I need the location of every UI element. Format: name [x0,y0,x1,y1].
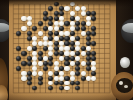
white-stone[interactable] [38,31,43,36]
white-stone[interactable] [64,81,69,86]
black-stone[interactable] [38,76,43,81]
white-stone[interactable] [54,61,59,66]
captured-white-stone [119,81,123,85]
go-board[interactable] [9,0,116,100]
black-stone[interactable] [16,66,21,71]
white-stone[interactable] [32,71,37,76]
black-stone[interactable] [75,66,80,71]
white-stone[interactable] [81,71,86,76]
black-stone[interactable] [27,76,32,81]
bottom-shadow [0,94,133,100]
black-stone[interactable] [64,21,69,26]
black-stone[interactable] [64,76,69,81]
white-stone[interactable] [64,66,69,71]
white-stone[interactable] [59,71,64,76]
white-stone[interactable] [81,31,86,36]
black-stone[interactable] [16,56,21,61]
white-stone[interactable] [21,71,26,76]
go-game-photo [0,0,133,100]
white-stone[interactable] [38,41,43,46]
black-stone[interactable] [81,76,86,81]
white-stone[interactable] [81,51,86,56]
white-stone[interactable] [21,76,26,81]
black-stone[interactable] [43,66,48,71]
white-stone[interactable] [81,11,86,16]
white-stone[interactable] [21,16,26,21]
white-stone[interactable] [38,71,43,76]
white-stone[interactable] [21,26,26,31]
black-stone[interactable] [21,61,26,66]
black-stone[interactable] [21,51,26,56]
white-stone[interactable] [64,86,69,91]
black-stone[interactable] [75,71,80,76]
black-stone[interactable] [64,61,69,66]
white-stone[interactable] [81,61,86,66]
white-stone[interactable] [70,76,75,81]
top-shadow [0,0,133,7]
black-stone[interactable] [38,21,43,26]
white-stone[interactable] [91,76,96,81]
black-stone[interactable] [75,61,80,66]
black-stone[interactable] [64,56,69,61]
white-stones-glint [120,57,130,68]
white-stone[interactable] [38,61,43,66]
white-stone[interactable] [32,66,37,71]
captured-white-stone [124,85,128,88]
